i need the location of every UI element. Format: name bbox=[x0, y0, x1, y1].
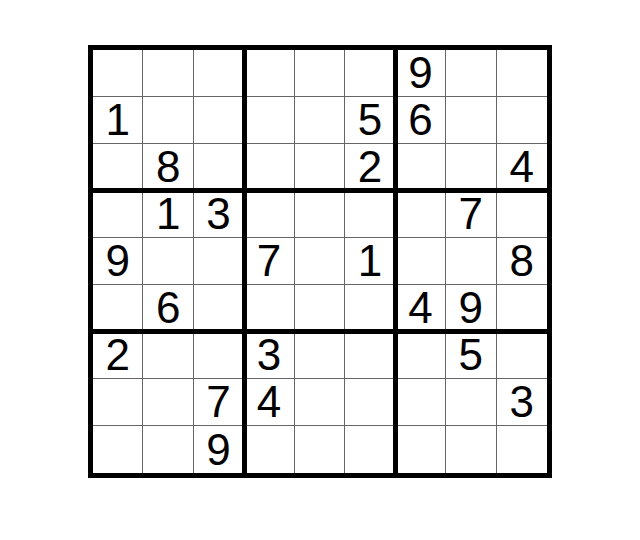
sudoku-cell-r8c6[interactable] bbox=[345, 379, 395, 426]
sudoku-cell-r5c9-given: 8 bbox=[497, 238, 547, 285]
sudoku-cell-r5c5[interactable] bbox=[295, 238, 345, 285]
sudoku-cell-r9c6[interactable] bbox=[345, 426, 395, 473]
sudoku-cell-r5c7[interactable] bbox=[396, 238, 446, 285]
sudoku-cell-r1c8[interactable] bbox=[446, 50, 496, 97]
sudoku-cell-r5c1-given: 9 bbox=[93, 238, 143, 285]
sudoku-cell-r8c4-given: 4 bbox=[244, 379, 294, 426]
sudoku-cell-r9c7[interactable] bbox=[396, 426, 446, 473]
sudoku-cell-r6c5[interactable] bbox=[295, 285, 345, 332]
sudoku-cell-r3c1[interactable] bbox=[93, 144, 143, 191]
sudoku-cell-r3c4[interactable] bbox=[244, 144, 294, 191]
sudoku-cell-r9c9[interactable] bbox=[497, 426, 547, 473]
sudoku-cell-r4c8-given: 7 bbox=[446, 191, 496, 238]
sudoku-cell-r8c9-given: 3 bbox=[497, 379, 547, 426]
sudoku-cell-r4c9[interactable] bbox=[497, 191, 547, 238]
sudoku-cell-r6c7-given: 4 bbox=[396, 285, 446, 332]
sudoku-cell-r4c1[interactable] bbox=[93, 191, 143, 238]
sudoku-cell-r7c7[interactable] bbox=[396, 332, 446, 379]
sudoku-cell-r9c5[interactable] bbox=[295, 426, 345, 473]
sudoku-cell-r9c3-given: 9 bbox=[194, 426, 244, 473]
sudoku-cell-r2c7-given: 6 bbox=[396, 97, 446, 144]
sudoku-cell-r2c6-given: 5 bbox=[345, 97, 395, 144]
sudoku-cell-r1c7-given: 9 bbox=[396, 50, 446, 97]
sudoku-cell-r3c9-given: 4 bbox=[497, 144, 547, 191]
sudoku-cell-r7c1-given: 2 bbox=[93, 332, 143, 379]
sudoku-cell-r3c6-given: 2 bbox=[345, 144, 395, 191]
sudoku-cell-r2c1-given: 1 bbox=[93, 97, 143, 144]
sudoku-board: 915682413797186492357439 bbox=[88, 45, 552, 478]
sudoku-cell-r4c5[interactable] bbox=[295, 191, 345, 238]
sudoku-cell-r4c7[interactable] bbox=[396, 191, 446, 238]
sudoku-cell-r1c9[interactable] bbox=[497, 50, 547, 97]
sudoku-cell-r1c5[interactable] bbox=[295, 50, 345, 97]
sudoku-cell-r1c4[interactable] bbox=[244, 50, 294, 97]
sudoku-cell-r7c3[interactable] bbox=[194, 332, 244, 379]
sudoku-cell-r2c8[interactable] bbox=[446, 97, 496, 144]
sudoku-cell-r5c2[interactable] bbox=[143, 238, 193, 285]
sudoku-cell-r7c9[interactable] bbox=[497, 332, 547, 379]
sudoku-cell-r2c9[interactable] bbox=[497, 97, 547, 144]
sudoku-cell-r2c2[interactable] bbox=[143, 97, 193, 144]
sudoku-cell-r8c7[interactable] bbox=[396, 379, 446, 426]
sudoku-cell-r5c3[interactable] bbox=[194, 238, 244, 285]
sudoku-cell-r6c4[interactable] bbox=[244, 285, 294, 332]
sudoku-cell-r6c6[interactable] bbox=[345, 285, 395, 332]
page-background: 915682413797186492357439 bbox=[0, 0, 640, 540]
sudoku-cell-r1c2[interactable] bbox=[143, 50, 193, 97]
sudoku-cell-r4c2-given: 1 bbox=[143, 191, 193, 238]
sudoku-cell-r8c8[interactable] bbox=[446, 379, 496, 426]
sudoku-cell-r3c8[interactable] bbox=[446, 144, 496, 191]
sudoku-cell-r7c5[interactable] bbox=[295, 332, 345, 379]
sudoku-cell-r1c1[interactable] bbox=[93, 50, 143, 97]
sudoku-cell-r8c1[interactable] bbox=[93, 379, 143, 426]
sudoku-cell-r5c8[interactable] bbox=[446, 238, 496, 285]
sudoku-cell-r6c9[interactable] bbox=[497, 285, 547, 332]
sudoku-cell-r6c2-given: 6 bbox=[143, 285, 193, 332]
sudoku-cell-r3c3[interactable] bbox=[194, 144, 244, 191]
sudoku-cell-r8c2[interactable] bbox=[143, 379, 193, 426]
sudoku-cell-r8c5[interactable] bbox=[295, 379, 345, 426]
sudoku-cell-r7c2[interactable] bbox=[143, 332, 193, 379]
sudoku-cell-r1c3[interactable] bbox=[194, 50, 244, 97]
sudoku-cell-r6c8-given: 9 bbox=[446, 285, 496, 332]
sudoku-cell-r2c5[interactable] bbox=[295, 97, 345, 144]
sudoku-cell-r5c4-given: 7 bbox=[244, 238, 294, 285]
sudoku-cell-r8c3-given: 7 bbox=[194, 379, 244, 426]
sudoku-cell-r2c4[interactable] bbox=[244, 97, 294, 144]
sudoku-cell-r3c5[interactable] bbox=[295, 144, 345, 191]
sudoku-cell-r3c2-given: 8 bbox=[143, 144, 193, 191]
sudoku-grid: 915682413797186492357439 bbox=[93, 50, 547, 473]
sudoku-cell-r6c1[interactable] bbox=[93, 285, 143, 332]
sudoku-cell-r4c3-given: 3 bbox=[194, 191, 244, 238]
sudoku-cell-r7c8-given: 5 bbox=[446, 332, 496, 379]
sudoku-cell-r3c7[interactable] bbox=[396, 144, 446, 191]
sudoku-cell-r9c8[interactable] bbox=[446, 426, 496, 473]
sudoku-cell-r4c6[interactable] bbox=[345, 191, 395, 238]
sudoku-cell-r2c3[interactable] bbox=[194, 97, 244, 144]
sudoku-cell-r6c3[interactable] bbox=[194, 285, 244, 332]
sudoku-cell-r9c4[interactable] bbox=[244, 426, 294, 473]
sudoku-cell-r1c6[interactable] bbox=[345, 50, 395, 97]
sudoku-cell-r4c4[interactable] bbox=[244, 191, 294, 238]
sudoku-cell-r9c1[interactable] bbox=[93, 426, 143, 473]
sudoku-cell-r9c2[interactable] bbox=[143, 426, 193, 473]
sudoku-cell-r7c4-given: 3 bbox=[244, 332, 294, 379]
sudoku-cell-r5c6-given: 1 bbox=[345, 238, 395, 285]
sudoku-cell-r7c6[interactable] bbox=[345, 332, 395, 379]
